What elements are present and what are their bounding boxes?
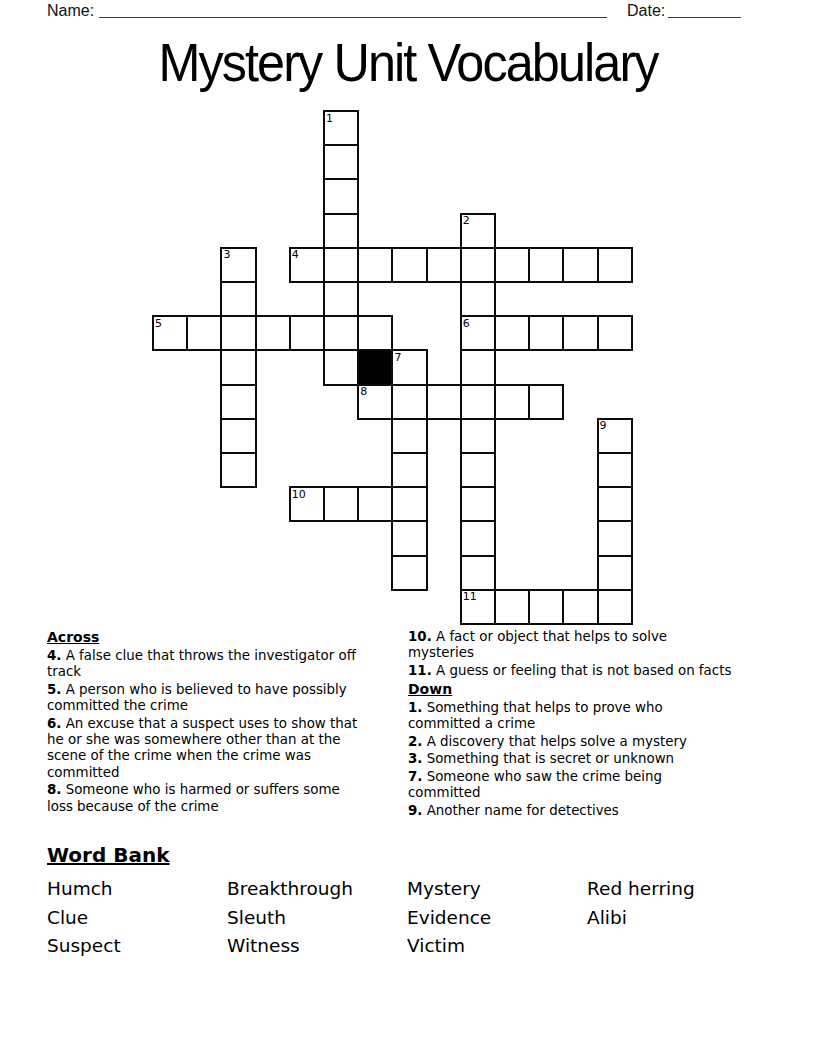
clue-number-3: 3 [223, 249, 230, 260]
clue-number-6: 6 [463, 318, 470, 329]
clue-across-5: 5. A person who is believed to have poss… [47, 682, 419, 714]
clue-number-2: 2 [463, 215, 470, 226]
grid-cell[interactable] [323, 281, 359, 317]
word-bank-word: Mystery [407, 875, 587, 904]
grid-cell[interactable] [597, 247, 633, 283]
word-bank-list: HumchBreakthroughMysteryRed herringClueS… [47, 875, 767, 961]
name-label: Name: [47, 1, 94, 20]
grid-cell[interactable] [528, 384, 564, 420]
grid-cell[interactable] [357, 315, 393, 351]
clue-down-3: 3. Something that is secret or unknown [408, 751, 786, 767]
clues-column-right: 10. A fact or object that helps to solve… [408, 629, 786, 821]
grid-cell[interactable] [528, 247, 564, 283]
grid-cell[interactable] [323, 178, 359, 214]
clue-down-2: 2. A discovery that helps solve a myster… [408, 734, 786, 750]
grid-cell[interactable] [597, 520, 633, 556]
grid-cell[interactable] [460, 418, 496, 454]
clue-number-8: 8 [360, 386, 367, 397]
clue-down-1: 1. Something that helps to prove whocomm… [408, 700, 786, 732]
clue-number-9: 9 [600, 420, 607, 431]
word-bank-word: Red herring [587, 875, 767, 904]
grid-cell[interactable] [391, 452, 427, 488]
clue-number-10: 10 [292, 489, 306, 500]
word-bank-word: Humch [47, 875, 227, 904]
grid-cell[interactable] [597, 555, 633, 591]
word-bank: Word Bank HumchBreakthroughMysteryRed he… [47, 844, 767, 961]
word-bank-word: Evidence [407, 904, 587, 933]
clue-across-11: 11. A guess or feeling that is not based… [408, 663, 786, 679]
grid-cell[interactable] [460, 281, 496, 317]
grid-cell-black [357, 349, 393, 385]
grid-cell[interactable] [323, 349, 359, 385]
grid-cell[interactable] [391, 520, 427, 556]
grid-cell[interactable] [460, 555, 496, 591]
clue-across-4: 4. A false clue that throws the investig… [47, 648, 419, 680]
word-bank-word: Alibi [587, 904, 767, 933]
grid-cell[interactable] [323, 247, 359, 283]
word-bank-word: Clue [47, 904, 227, 933]
name-blank-line[interactable] [99, 2, 607, 18]
grid-cell[interactable] [562, 247, 598, 283]
grid-cell[interactable] [562, 589, 598, 625]
word-bank-word: Victim [407, 932, 587, 961]
grid-cell[interactable] [323, 213, 359, 249]
clue-number-7: 7 [394, 352, 401, 363]
grid-cell[interactable] [460, 247, 496, 283]
clue-across-10: 10. A fact or object that helps to solve… [408, 629, 786, 661]
grid-cell[interactable] [494, 384, 530, 420]
grid-cell[interactable] [391, 418, 427, 454]
page-title: Mystery Unit Vocabulary [20, 32, 795, 93]
clue-number-11: 11 [463, 591, 477, 602]
grid-cell[interactable] [255, 315, 291, 351]
grid-cell[interactable] [562, 315, 598, 351]
down-heading: Down [408, 681, 786, 697]
word-bank-word: Witness [227, 932, 407, 961]
grid-cell[interactable] [220, 281, 256, 317]
across-clues-left: 4. A false clue that throws the investig… [47, 648, 419, 815]
grid-cell[interactable] [357, 247, 393, 283]
word-bank-word: Breakthrough [227, 875, 407, 904]
grid-cell[interactable] [357, 486, 393, 522]
grid-cell[interactable] [220, 418, 256, 454]
clue-down-9: 9. Another name for detectives [408, 803, 786, 819]
grid-cell[interactable] [391, 384, 427, 420]
word-bank-word: Sleuth [227, 904, 407, 933]
grid-cell[interactable] [186, 315, 222, 351]
grid-cell[interactable] [426, 384, 462, 420]
across-heading: Across [47, 629, 419, 645]
clue-number-4: 4 [292, 249, 299, 260]
grid-cell[interactable] [220, 349, 256, 385]
date-label: Date: [627, 1, 665, 20]
grid-cell[interactable] [494, 247, 530, 283]
word-bank-word: Suspect [47, 932, 227, 961]
across-clues-right: 10. A fact or object that helps to solve… [408, 629, 786, 679]
grid-cell[interactable] [528, 589, 564, 625]
grid-cell[interactable] [460, 486, 496, 522]
grid-cell[interactable] [460, 452, 496, 488]
clue-number-1: 1 [326, 113, 333, 124]
clue-across-6: 6. An excuse that a suspect uses to show… [47, 716, 419, 781]
grid-cell[interactable] [391, 555, 427, 591]
crossword-grid: 1234567891011 [152, 110, 633, 626]
grid-cell[interactable] [426, 247, 462, 283]
down-clues: 1. Something that helps to prove whocomm… [408, 700, 786, 819]
clues-column-left: Across 4. A false clue that throws the i… [47, 629, 419, 816]
grid-cell[interactable] [597, 589, 633, 625]
grid-cell[interactable] [289, 315, 325, 351]
grid-cell[interactable] [220, 384, 256, 420]
clue-across-8: 8. Someone who is harmed or suffers some… [47, 782, 419, 814]
grid-cell[interactable] [460, 520, 496, 556]
clue-down-7: 7. Someone who saw the crime beingcommit… [408, 769, 786, 801]
grid-cell[interactable] [597, 452, 633, 488]
clue-number-5: 5 [155, 318, 162, 329]
grid-cell[interactable] [220, 452, 256, 488]
grid-cell[interactable] [391, 486, 427, 522]
grid-cell[interactable] [391, 247, 427, 283]
grid-cell[interactable] [460, 349, 496, 385]
date-blank-line[interactable] [668, 2, 741, 18]
grid-cell[interactable] [323, 144, 359, 180]
word-bank-heading: Word Bank [47, 844, 767, 866]
grid-cell[interactable] [460, 384, 496, 420]
grid-cell[interactable] [597, 486, 633, 522]
grid-cell[interactable] [597, 315, 633, 351]
grid-cell[interactable] [528, 315, 564, 351]
grid-cell[interactable] [220, 315, 256, 351]
grid-cell[interactable] [494, 589, 530, 625]
grid-cell[interactable] [494, 315, 530, 351]
grid-cell[interactable] [323, 486, 359, 522]
grid-cell[interactable] [323, 315, 359, 351]
